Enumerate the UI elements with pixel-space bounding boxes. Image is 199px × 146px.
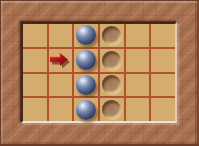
hole xyxy=(102,100,121,119)
board-cell-r2c2 xyxy=(49,49,73,72)
board-cell-r1c2 xyxy=(49,24,73,47)
board-cell-r1c5 xyxy=(126,24,150,47)
board-cell-r4c2 xyxy=(49,98,73,121)
board-cell-r2c1 xyxy=(23,49,47,72)
board-cell-r4c4 xyxy=(100,98,124,121)
board-cell-r2c5 xyxy=(126,49,150,72)
marble[interactable] xyxy=(76,25,96,45)
board-cell-r1c3 xyxy=(74,24,98,47)
board-cell-r2c3 xyxy=(74,49,98,72)
board-cell-r2c4 xyxy=(100,49,124,72)
board-cell-r1c1 xyxy=(23,24,47,47)
board-cell-r3c1 xyxy=(23,74,47,97)
board-cell-r1c6 xyxy=(151,24,175,47)
push-direction-arrow-icon[interactable] xyxy=(49,51,71,70)
board-cell-r3c5 xyxy=(126,74,150,97)
board-cell-r3c3 xyxy=(74,74,98,97)
hole xyxy=(102,75,121,94)
board-cell-r2c6 xyxy=(151,49,175,72)
hole xyxy=(102,26,121,45)
board-cell-r4c5 xyxy=(126,98,150,121)
board-cell-r4c6 xyxy=(151,98,175,121)
marble[interactable] xyxy=(76,100,96,120)
board-cell-r4c3 xyxy=(74,98,98,121)
marble[interactable] xyxy=(76,75,96,95)
board-cell-r3c6 xyxy=(151,74,175,97)
game-board xyxy=(21,22,177,123)
hole xyxy=(102,51,121,70)
board-cell-r3c2 xyxy=(49,74,73,97)
board-cell-r1c4 xyxy=(100,24,124,47)
board-cell-r4c1 xyxy=(23,98,47,121)
marble[interactable] xyxy=(76,50,96,70)
board-cell-r3c4 xyxy=(100,74,124,97)
game-window xyxy=(0,0,199,146)
